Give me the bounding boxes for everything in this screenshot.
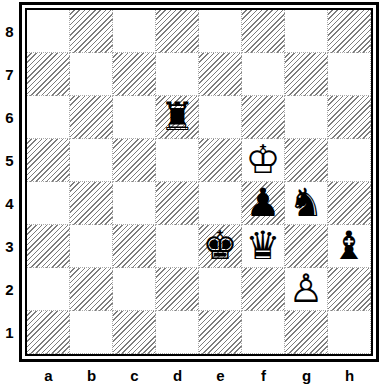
rank-label-3: 3 — [0, 225, 19, 268]
square-g5[interactable] — [285, 139, 328, 182]
square-c1[interactable] — [113, 311, 156, 354]
square-d4[interactable] — [156, 182, 199, 225]
square-b2[interactable] — [70, 268, 113, 311]
rank-label-5: 5 — [0, 139, 19, 182]
square-a1[interactable] — [27, 311, 70, 354]
square-h7[interactable] — [328, 53, 371, 96]
white-pawn: ♙ — [289, 269, 324, 308]
square-a2[interactable] — [27, 268, 70, 311]
square-g3[interactable] — [285, 225, 328, 268]
square-c4[interactable] — [113, 182, 156, 225]
square-a5[interactable] — [27, 139, 70, 182]
chess-diagram: 87654321 ♜♔♟♞♚♛♝♙ abcdefgh — [0, 0, 384, 389]
square-c2[interactable] — [113, 268, 156, 311]
square-f8[interactable] — [242, 10, 285, 53]
square-d2[interactable] — [156, 268, 199, 311]
file-label-f: f — [242, 363, 285, 387]
square-d8[interactable] — [156, 10, 199, 53]
square-g6[interactable] — [285, 96, 328, 139]
square-d7[interactable] — [156, 53, 199, 96]
black-knight: ♞ — [289, 183, 324, 222]
square-g7[interactable] — [285, 53, 328, 96]
rank-label-8: 8 — [0, 10, 19, 53]
square-h2[interactable] — [328, 268, 371, 311]
rank-label-4: 4 — [0, 182, 19, 225]
file-label-c: c — [113, 363, 156, 387]
square-h6[interactable] — [328, 96, 371, 139]
rank-label-2: 2 — [0, 268, 19, 311]
square-b5[interactable] — [70, 139, 113, 182]
black-rook: ♜ — [160, 97, 195, 136]
square-c8[interactable] — [113, 10, 156, 53]
square-d1[interactable] — [156, 311, 199, 354]
rank-label-7: 7 — [0, 53, 19, 96]
square-h8[interactable] — [328, 10, 371, 53]
square-f6[interactable] — [242, 96, 285, 139]
square-g1[interactable] — [285, 311, 328, 354]
square-b6[interactable] — [70, 96, 113, 139]
square-e7[interactable] — [199, 53, 242, 96]
square-e8[interactable] — [199, 10, 242, 53]
board: ♜♔♟♞♚♛♝♙ — [27, 10, 371, 354]
square-d5[interactable] — [156, 139, 199, 182]
square-b1[interactable] — [70, 311, 113, 354]
square-b7[interactable] — [70, 53, 113, 96]
file-label-h: h — [328, 363, 371, 387]
black-queen: ♛ — [246, 226, 281, 265]
black-pawn: ♟ — [246, 183, 281, 222]
square-e6[interactable] — [199, 96, 242, 139]
square-g8[interactable] — [285, 10, 328, 53]
file-label-b: b — [70, 363, 113, 387]
square-f7[interactable] — [242, 53, 285, 96]
square-f1[interactable] — [242, 311, 285, 354]
square-f5[interactable]: ♔ — [242, 139, 285, 182]
square-d3[interactable] — [156, 225, 199, 268]
file-label-d: d — [156, 363, 199, 387]
square-c5[interactable] — [113, 139, 156, 182]
square-c7[interactable] — [113, 53, 156, 96]
square-e3[interactable]: ♚ — [199, 225, 242, 268]
square-c6[interactable] — [113, 96, 156, 139]
board-inner-frame: ♜♔♟♞♚♛♝♙ — [25, 8, 373, 356]
rank-label-6: 6 — [0, 96, 19, 139]
square-f4[interactable]: ♟ — [242, 182, 285, 225]
file-labels: abcdefgh — [27, 363, 371, 387]
black-bishop: ♝ — [332, 226, 367, 265]
square-h4[interactable] — [328, 182, 371, 225]
square-e1[interactable] — [199, 311, 242, 354]
square-a3[interactable] — [27, 225, 70, 268]
square-g2[interactable]: ♙ — [285, 268, 328, 311]
square-h1[interactable] — [328, 311, 371, 354]
square-e2[interactable] — [199, 268, 242, 311]
file-label-a: a — [27, 363, 70, 387]
file-label-e: e — [199, 363, 242, 387]
square-a7[interactable] — [27, 53, 70, 96]
square-b4[interactable] — [70, 182, 113, 225]
square-e4[interactable] — [199, 182, 242, 225]
file-label-g: g — [285, 363, 328, 387]
square-f2[interactable] — [242, 268, 285, 311]
square-c3[interactable] — [113, 225, 156, 268]
black-king: ♚ — [203, 226, 238, 265]
square-f3[interactable]: ♛ — [242, 225, 285, 268]
rank-label-1: 1 — [0, 311, 19, 354]
square-a4[interactable] — [27, 182, 70, 225]
square-b3[interactable] — [70, 225, 113, 268]
square-h5[interactable] — [328, 139, 371, 182]
square-g4[interactable]: ♞ — [285, 182, 328, 225]
white-king: ♔ — [246, 140, 281, 179]
board-frame: ♜♔♟♞♚♛♝♙ — [19, 2, 379, 362]
rank-labels: 87654321 — [0, 10, 19, 354]
square-a8[interactable] — [27, 10, 70, 53]
square-h3[interactable]: ♝ — [328, 225, 371, 268]
square-a6[interactable] — [27, 96, 70, 139]
square-e5[interactable] — [199, 139, 242, 182]
square-b8[interactable] — [70, 10, 113, 53]
square-d6[interactable]: ♜ — [156, 96, 199, 139]
